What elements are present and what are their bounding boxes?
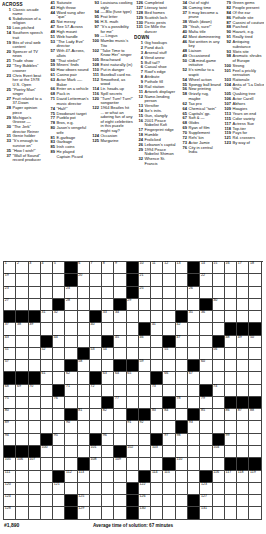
grid-cell[interactable] bbox=[176, 483, 188, 495]
grid-cell[interactable] bbox=[188, 336, 200, 348]
grid-cell[interactable] bbox=[151, 458, 163, 470]
grid-cell[interactable] bbox=[237, 299, 249, 311]
grid-cell[interactable]: 110 bbox=[176, 458, 188, 470]
grid-cell[interactable] bbox=[78, 385, 90, 397]
grid-cell[interactable]: 91 bbox=[127, 421, 139, 433]
grid-cell[interactable]: 113 bbox=[78, 471, 90, 483]
grid-cell[interactable]: 23 bbox=[4, 287, 16, 299]
grid-cell[interactable] bbox=[90, 471, 102, 483]
grid-cell[interactable] bbox=[139, 397, 151, 409]
grid-cell[interactable] bbox=[29, 299, 41, 311]
grid-cell[interactable]: 28 bbox=[65, 299, 77, 311]
grid-cell[interactable] bbox=[139, 299, 151, 311]
grid-cell[interactable] bbox=[237, 372, 249, 384]
grid-cell[interactable]: 112 bbox=[65, 471, 77, 483]
grid-cell[interactable] bbox=[249, 385, 261, 397]
grid-cell[interactable] bbox=[114, 483, 126, 495]
grid-cell[interactable] bbox=[176, 471, 188, 483]
grid-cell[interactable]: 81 bbox=[78, 409, 90, 421]
grid-cell[interactable]: 63 bbox=[102, 372, 114, 384]
grid-cell[interactable] bbox=[29, 471, 41, 483]
grid-cell[interactable]: 85 bbox=[200, 409, 212, 421]
grid-cell[interactable] bbox=[151, 348, 163, 360]
grid-cell[interactable] bbox=[29, 360, 41, 372]
grid-cell[interactable] bbox=[53, 372, 65, 384]
grid-cell[interactable] bbox=[16, 274, 28, 286]
grid-cell[interactable] bbox=[200, 287, 212, 299]
grid-cell[interactable] bbox=[90, 274, 102, 286]
grid-cell[interactable] bbox=[188, 446, 200, 458]
grid-cell[interactable] bbox=[90, 409, 102, 421]
grid-cell[interactable] bbox=[213, 409, 225, 421]
grid-cell[interactable]: 38 bbox=[16, 323, 28, 335]
grid-cell[interactable] bbox=[249, 434, 261, 446]
grid-cell[interactable]: 44 bbox=[53, 336, 65, 348]
grid-cell[interactable]: 118 bbox=[237, 471, 249, 483]
grid-cell[interactable]: 20 bbox=[78, 274, 90, 286]
grid-cell[interactable] bbox=[163, 323, 175, 335]
grid-cell[interactable] bbox=[16, 421, 28, 433]
grid-cell[interactable]: 119 bbox=[249, 471, 261, 483]
grid-cell[interactable] bbox=[163, 483, 175, 495]
grid-cell[interactable]: 53 bbox=[90, 348, 102, 360]
grid-cell[interactable]: 26 bbox=[188, 287, 200, 299]
grid-cell[interactable] bbox=[249, 287, 261, 299]
grid-cell[interactable] bbox=[151, 274, 163, 286]
grid-cell[interactable] bbox=[41, 323, 53, 335]
grid-cell[interactable] bbox=[139, 458, 151, 470]
grid-cell[interactable] bbox=[78, 336, 90, 348]
grid-cell[interactable] bbox=[78, 434, 90, 446]
grid-cell[interactable]: 45 bbox=[114, 336, 126, 348]
grid-cell[interactable] bbox=[114, 421, 126, 433]
grid-cell[interactable]: 50 bbox=[249, 336, 261, 348]
grid-cell[interactable] bbox=[249, 372, 261, 384]
grid-cell[interactable] bbox=[249, 483, 261, 495]
grid-cell[interactable]: 57 bbox=[4, 360, 16, 372]
grid-cell[interactable] bbox=[213, 323, 225, 335]
grid-cell[interactable] bbox=[102, 458, 114, 470]
grid-cell[interactable] bbox=[16, 360, 28, 372]
grid-cell[interactable] bbox=[200, 421, 212, 433]
grid-cell[interactable]: 54 bbox=[102, 348, 114, 360]
grid-cell[interactable] bbox=[225, 495, 237, 507]
grid-cell[interactable]: 131 bbox=[200, 507, 212, 519]
grid-cell[interactable]: 56 bbox=[213, 348, 225, 360]
grid-cell[interactable]: 11 bbox=[151, 262, 163, 274]
grid-cell[interactable] bbox=[237, 311, 249, 323]
grid-cell[interactable]: 86 bbox=[225, 409, 237, 421]
grid-cell[interactable] bbox=[53, 274, 65, 286]
grid-cell[interactable]: 18 bbox=[249, 262, 261, 274]
grid-cell[interactable] bbox=[16, 483, 28, 495]
grid-cell[interactable] bbox=[213, 287, 225, 299]
grid-cell[interactable] bbox=[41, 471, 53, 483]
grid-cell[interactable] bbox=[127, 458, 139, 470]
grid-cell[interactable]: 96 bbox=[102, 434, 114, 446]
grid-cell[interactable] bbox=[200, 323, 212, 335]
grid-cell[interactable] bbox=[16, 495, 28, 507]
grid-cell[interactable]: 70 bbox=[29, 385, 41, 397]
grid-cell[interactable]: 115 bbox=[163, 471, 175, 483]
grid-cell[interactable]: 12 bbox=[163, 262, 175, 274]
grid-cell[interactable] bbox=[29, 495, 41, 507]
grid-cell[interactable] bbox=[53, 348, 65, 360]
grid-cell[interactable]: 21 bbox=[139, 274, 151, 286]
grid-cell[interactable]: 25 bbox=[139, 287, 151, 299]
grid-cell[interactable] bbox=[151, 421, 163, 433]
grid-cell[interactable] bbox=[249, 446, 261, 458]
grid-cell[interactable] bbox=[151, 287, 163, 299]
grid-cell[interactable]: 106 bbox=[16, 458, 28, 470]
grid-cell[interactable]: 61 bbox=[41, 372, 53, 384]
grid-cell[interactable] bbox=[65, 434, 77, 446]
grid-cell[interactable]: 100 bbox=[41, 446, 53, 458]
grid-cell[interactable]: 47 bbox=[176, 336, 188, 348]
grid-cell[interactable] bbox=[41, 421, 53, 433]
grid-cell[interactable]: 13 bbox=[176, 262, 188, 274]
grid-cell[interactable] bbox=[139, 446, 151, 458]
grid-cell[interactable] bbox=[41, 483, 53, 495]
grid-cell[interactable] bbox=[163, 495, 175, 507]
grid-cell[interactable] bbox=[139, 434, 151, 446]
grid-cell[interactable] bbox=[200, 336, 212, 348]
grid-cell[interactable] bbox=[65, 311, 77, 323]
grid-cell[interactable]: 111 bbox=[4, 471, 16, 483]
grid-cell[interactable] bbox=[90, 483, 102, 495]
grid-cell[interactable]: 89 bbox=[4, 421, 16, 433]
grid-cell[interactable] bbox=[102, 287, 114, 299]
grid-cell[interactable]: 40 bbox=[90, 323, 102, 335]
grid-cell[interactable] bbox=[29, 409, 41, 421]
grid-cell[interactable] bbox=[176, 287, 188, 299]
grid-cell[interactable] bbox=[200, 458, 212, 470]
grid-cell[interactable]: 15 bbox=[213, 262, 225, 274]
grid-cell[interactable] bbox=[176, 299, 188, 311]
grid-cell[interactable] bbox=[249, 311, 261, 323]
grid-cell[interactable] bbox=[139, 372, 151, 384]
grid-cell[interactable]: 65 bbox=[127, 372, 139, 384]
grid-cell[interactable]: 60 bbox=[200, 360, 212, 372]
grid-cell[interactable]: 24 bbox=[65, 287, 77, 299]
grid-cell[interactable] bbox=[53, 446, 65, 458]
grid-cell[interactable] bbox=[188, 471, 200, 483]
grid-cell[interactable]: 17 bbox=[237, 262, 249, 274]
grid-cell[interactable] bbox=[237, 507, 249, 519]
grid-cell[interactable] bbox=[78, 372, 90, 384]
grid-cell[interactable]: 8 bbox=[102, 262, 114, 274]
grid-cell[interactable] bbox=[200, 434, 212, 446]
grid-cell[interactable] bbox=[176, 507, 188, 519]
grid-cell[interactable] bbox=[16, 471, 28, 483]
grid-cell[interactable] bbox=[65, 446, 77, 458]
grid-cell[interactable] bbox=[188, 348, 200, 360]
grid-cell[interactable]: 52 bbox=[41, 348, 53, 360]
grid-cell[interactable] bbox=[225, 287, 237, 299]
grid-cell[interactable] bbox=[29, 336, 41, 348]
grid-cell[interactable]: 58 bbox=[78, 360, 90, 372]
grid-cell[interactable] bbox=[237, 483, 249, 495]
grid-cell[interactable] bbox=[114, 274, 126, 286]
grid-cell[interactable] bbox=[213, 507, 225, 519]
grid-cell[interactable] bbox=[237, 287, 249, 299]
grid-cell[interactable]: 129 bbox=[78, 507, 90, 519]
grid-cell[interactable] bbox=[237, 274, 249, 286]
grid-cell[interactable] bbox=[225, 299, 237, 311]
grid-cell[interactable] bbox=[102, 446, 114, 458]
grid-cell[interactable]: 31 bbox=[41, 311, 53, 323]
grid-cell[interactable] bbox=[225, 446, 237, 458]
grid-cell[interactable] bbox=[16, 287, 28, 299]
grid-cell[interactable] bbox=[53, 323, 65, 335]
grid-cell[interactable]: 90 bbox=[65, 421, 77, 433]
grid-cell[interactable] bbox=[213, 458, 225, 470]
grid-cell[interactable] bbox=[53, 360, 65, 372]
grid-cell[interactable] bbox=[151, 507, 163, 519]
grid-cell[interactable]: 93 bbox=[188, 421, 200, 433]
grid-cell[interactable] bbox=[65, 483, 77, 495]
grid-cell[interactable] bbox=[163, 274, 175, 286]
grid-cell[interactable] bbox=[163, 299, 175, 311]
grid-cell[interactable]: 30 bbox=[213, 299, 225, 311]
grid-cell[interactable] bbox=[16, 299, 28, 311]
grid-cell[interactable] bbox=[102, 507, 114, 519]
grid-cell[interactable] bbox=[200, 372, 212, 384]
grid-cell[interactable] bbox=[127, 348, 139, 360]
grid-cell[interactable] bbox=[188, 434, 200, 446]
grid-cell[interactable] bbox=[213, 495, 225, 507]
grid-cell[interactable] bbox=[188, 483, 200, 495]
grid-cell[interactable] bbox=[90, 299, 102, 311]
grid-cell[interactable] bbox=[225, 311, 237, 323]
grid-cell[interactable]: 66 bbox=[163, 372, 175, 384]
grid-cell[interactable] bbox=[213, 360, 225, 372]
grid-cell[interactable]: 48 bbox=[225, 336, 237, 348]
grid-cell[interactable] bbox=[249, 360, 261, 372]
grid-cell[interactable]: 29 bbox=[127, 299, 139, 311]
grid-cell[interactable]: 32 bbox=[53, 311, 65, 323]
grid-cell[interactable] bbox=[213, 372, 225, 384]
grid-cell[interactable] bbox=[53, 507, 65, 519]
grid-cell[interactable] bbox=[151, 483, 163, 495]
grid-cell[interactable] bbox=[90, 495, 102, 507]
grid-cell[interactable] bbox=[114, 287, 126, 299]
grid-cell[interactable]: 41 bbox=[151, 323, 163, 335]
grid-cell[interactable] bbox=[16, 507, 28, 519]
grid-cell[interactable] bbox=[16, 434, 28, 446]
grid-cell[interactable] bbox=[102, 385, 114, 397]
grid-cell[interactable] bbox=[151, 360, 163, 372]
grid-cell[interactable] bbox=[29, 434, 41, 446]
grid-cell[interactable] bbox=[225, 274, 237, 286]
grid-cell[interactable]: 83 bbox=[151, 409, 163, 421]
grid-cell[interactable]: 27 bbox=[4, 299, 16, 311]
grid-cell[interactable]: 76 bbox=[53, 397, 65, 409]
grid-cell[interactable] bbox=[41, 409, 53, 421]
grid-cell[interactable] bbox=[29, 507, 41, 519]
grid-cell[interactable] bbox=[41, 274, 53, 286]
grid-cell[interactable] bbox=[114, 495, 126, 507]
grid-cell[interactable] bbox=[188, 397, 200, 409]
grid-cell[interactable] bbox=[53, 409, 65, 421]
grid-cell[interactable] bbox=[188, 458, 200, 470]
grid-cell[interactable] bbox=[176, 274, 188, 286]
grid-cell[interactable]: 78 bbox=[176, 397, 188, 409]
grid-cell[interactable] bbox=[16, 397, 28, 409]
grid-cell[interactable] bbox=[249, 348, 261, 360]
grid-cell[interactable] bbox=[163, 421, 175, 433]
grid-cell[interactable] bbox=[102, 471, 114, 483]
grid-cell[interactable] bbox=[225, 483, 237, 495]
grid-cell[interactable]: 4 bbox=[41, 262, 53, 274]
grid-cell[interactable] bbox=[29, 421, 41, 433]
grid-cell[interactable] bbox=[53, 421, 65, 433]
grid-cell[interactable] bbox=[90, 507, 102, 519]
grid-cell[interactable] bbox=[78, 287, 90, 299]
grid-cell[interactable] bbox=[225, 421, 237, 433]
grid-cell[interactable] bbox=[249, 421, 261, 433]
grid-cell[interactable]: 116 bbox=[213, 471, 225, 483]
grid-cell[interactable]: 3 bbox=[29, 262, 41, 274]
grid-cell[interactable]: 67 bbox=[188, 372, 200, 384]
grid-cell[interactable]: 9 bbox=[114, 262, 126, 274]
grid-cell[interactable]: 39 bbox=[29, 323, 41, 335]
grid-cell[interactable]: 94 bbox=[4, 434, 16, 446]
grid-cell[interactable]: 74 bbox=[213, 385, 225, 397]
grid-cell[interactable]: 46 bbox=[139, 336, 151, 348]
grid-cell[interactable] bbox=[65, 336, 77, 348]
grid-cell[interactable] bbox=[176, 348, 188, 360]
grid-cell[interactable] bbox=[237, 421, 249, 433]
grid-cell[interactable] bbox=[213, 311, 225, 323]
grid-cell[interactable] bbox=[163, 446, 175, 458]
grid-cell[interactable] bbox=[200, 446, 212, 458]
grid-cell[interactable] bbox=[237, 434, 249, 446]
grid-cell[interactable] bbox=[114, 409, 126, 421]
grid-cell[interactable] bbox=[237, 385, 249, 397]
grid-cell[interactable] bbox=[114, 507, 126, 519]
grid-cell[interactable] bbox=[114, 348, 126, 360]
grid-cell[interactable]: 121 bbox=[53, 483, 65, 495]
grid-cell[interactable] bbox=[29, 483, 41, 495]
grid-cell[interactable] bbox=[16, 336, 28, 348]
grid-cell[interactable] bbox=[151, 495, 163, 507]
grid-cell[interactable]: 88 bbox=[249, 409, 261, 421]
grid-cell[interactable]: 36 bbox=[200, 311, 212, 323]
grid-cell[interactable] bbox=[237, 348, 249, 360]
grid-cell[interactable]: 71 bbox=[65, 385, 77, 397]
grid-cell[interactable] bbox=[78, 311, 90, 323]
grid-cell[interactable] bbox=[225, 372, 237, 384]
grid-cell[interactable] bbox=[237, 446, 249, 458]
grid-cell[interactable] bbox=[41, 287, 53, 299]
grid-cell[interactable]: 49 bbox=[237, 336, 249, 348]
grid-cell[interactable] bbox=[188, 385, 200, 397]
grid-cell[interactable] bbox=[41, 495, 53, 507]
grid-cell[interactable] bbox=[139, 385, 151, 397]
grid-cell[interactable] bbox=[213, 397, 225, 409]
grid-cell[interactable] bbox=[127, 336, 139, 348]
grid-cell[interactable] bbox=[78, 421, 90, 433]
grid-cell[interactable] bbox=[41, 385, 53, 397]
grid-cell[interactable]: 34 bbox=[114, 311, 126, 323]
grid-cell[interactable] bbox=[90, 360, 102, 372]
grid-cell[interactable] bbox=[213, 483, 225, 495]
grid-cell[interactable] bbox=[29, 274, 41, 286]
grid-cell[interactable] bbox=[41, 507, 53, 519]
grid-cell[interactable]: 105 bbox=[4, 458, 16, 470]
grid-cell[interactable] bbox=[225, 385, 237, 397]
grid-cell[interactable] bbox=[53, 495, 65, 507]
grid-cell[interactable] bbox=[225, 360, 237, 372]
grid-cell[interactable]: 72 bbox=[90, 385, 102, 397]
grid-cell[interactable] bbox=[65, 397, 77, 409]
grid-cell[interactable] bbox=[16, 409, 28, 421]
grid-cell[interactable]: 130 bbox=[139, 507, 151, 519]
grid-cell[interactable] bbox=[29, 348, 41, 360]
grid-cell[interactable] bbox=[225, 348, 237, 360]
grid-cell[interactable] bbox=[53, 458, 65, 470]
grid-cell[interactable] bbox=[65, 323, 77, 335]
grid-cell[interactable]: 92 bbox=[139, 421, 151, 433]
grid-cell[interactable]: 108 bbox=[90, 458, 102, 470]
grid-cell[interactable] bbox=[78, 299, 90, 311]
grid-cell[interactable] bbox=[65, 348, 77, 360]
grid-cell[interactable]: 35 bbox=[188, 311, 200, 323]
grid-cell[interactable] bbox=[163, 311, 175, 323]
grid-cell[interactable]: 37 bbox=[4, 323, 16, 335]
grid-cell[interactable] bbox=[102, 495, 114, 507]
grid-cell[interactable] bbox=[78, 446, 90, 458]
grid-cell[interactable] bbox=[139, 311, 151, 323]
grid-cell[interactable] bbox=[188, 323, 200, 335]
grid-cell[interactable]: 117 bbox=[225, 471, 237, 483]
grid-cell[interactable] bbox=[78, 323, 90, 335]
grid-cell[interactable]: 33 bbox=[102, 311, 114, 323]
grid-cell[interactable] bbox=[65, 458, 77, 470]
grid-cell[interactable] bbox=[237, 360, 249, 372]
grid-cell[interactable] bbox=[102, 323, 114, 335]
grid-cell[interactable] bbox=[29, 397, 41, 409]
grid-cell[interactable]: 114 bbox=[151, 471, 163, 483]
grid-cell[interactable] bbox=[127, 397, 139, 409]
puzzle-grid[interactable]: 1234567891011121314151617181920212223242… bbox=[3, 261, 263, 520]
grid-cell[interactable] bbox=[41, 397, 53, 409]
grid-cell[interactable]: 2 bbox=[16, 262, 28, 274]
grid-cell[interactable]: 62 bbox=[65, 372, 77, 384]
grid-cell[interactable]: 104 bbox=[213, 446, 225, 458]
grid-cell[interactable]: 77 bbox=[114, 397, 126, 409]
grid-cell[interactable] bbox=[127, 471, 139, 483]
grid-cell[interactable] bbox=[102, 421, 114, 433]
grid-cell[interactable] bbox=[249, 274, 261, 286]
grid-cell[interactable] bbox=[151, 336, 163, 348]
grid-cell[interactable]: 97 bbox=[163, 434, 175, 446]
grid-cell[interactable]: 109 bbox=[114, 458, 126, 470]
grid-cell[interactable]: 16 bbox=[225, 262, 237, 274]
grid-cell[interactable] bbox=[249, 507, 261, 519]
grid-cell[interactable] bbox=[114, 471, 126, 483]
grid-cell[interactable] bbox=[213, 274, 225, 286]
grid-cell[interactable]: 5 bbox=[53, 262, 65, 274]
grid-cell[interactable] bbox=[225, 507, 237, 519]
grid-cell[interactable] bbox=[249, 495, 261, 507]
grid-cell[interactable]: 103 bbox=[151, 446, 163, 458]
grid-cell[interactable]: 55 bbox=[163, 348, 175, 360]
grid-cell[interactable] bbox=[151, 299, 163, 311]
grid-cell[interactable]: 42 bbox=[176, 323, 188, 335]
grid-cell[interactable]: 95 bbox=[53, 434, 65, 446]
